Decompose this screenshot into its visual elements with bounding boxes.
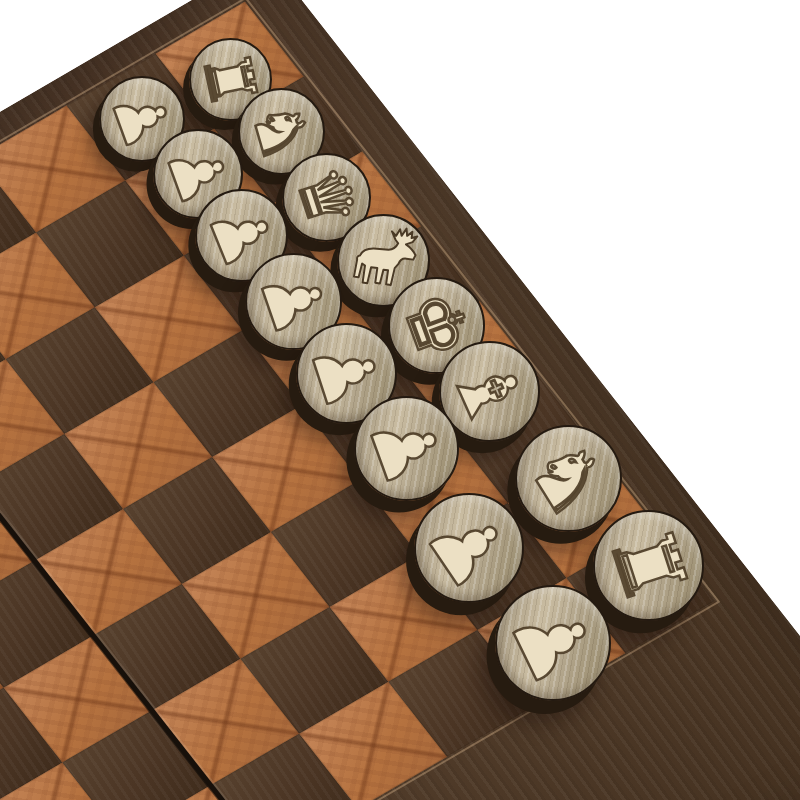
disc-rook-2[interactable]: ♜ (593, 510, 704, 621)
disc-pawn-8[interactable]: ♟ (495, 585, 611, 701)
disc-knight-2[interactable]: ♞ (515, 425, 622, 532)
disc-pawn-6[interactable]: ♟ (354, 396, 459, 501)
disc-pawn-7[interactable]: ♟ (414, 493, 524, 603)
product-photo-scene: ♟♟♟♟♟♟♟♟♜♞♛♚♝♞♜ (0, 0, 800, 800)
